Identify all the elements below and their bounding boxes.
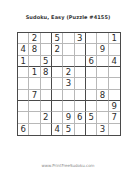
- sudoku-cell-r1c2[interactable]: 2: [29, 33, 40, 44]
- sudoku-cell-r4c8[interactable]: [97, 67, 108, 78]
- sudoku-cell-r9c6[interactable]: [75, 124, 86, 135]
- sudoku-cell-r2c9[interactable]: [109, 44, 120, 55]
- sudoku-cell-r3c3[interactable]: 5: [41, 56, 52, 67]
- sudoku-cell-r2c2[interactable]: 8: [29, 44, 40, 55]
- sudoku-cell-r6c7[interactable]: [86, 90, 97, 101]
- sudoku-cell-r9c7[interactable]: [86, 124, 97, 135]
- sudoku-cell-r6c9[interactable]: [109, 90, 120, 101]
- sudoku-cell-r8c5[interactable]: 9: [63, 112, 74, 123]
- sudoku-cell-r5c1[interactable]: [18, 78, 29, 89]
- sudoku-cell-r8c1[interactable]: [18, 112, 29, 123]
- sudoku-cell-r8c6[interactable]: 6: [75, 112, 86, 123]
- sudoku-cell-r8c9[interactable]: 7: [109, 112, 120, 123]
- sudoku-cell-r3c4[interactable]: [52, 56, 63, 67]
- sudoku-cell-r2c7[interactable]: [86, 44, 97, 55]
- sudoku-cell-r5c2[interactable]: [29, 78, 40, 89]
- sudoku-cell-r2c3[interactable]: [41, 44, 52, 55]
- sudoku-cell-r2c6[interactable]: [75, 44, 86, 55]
- sudoku-cell-r7c4[interactable]: [52, 101, 63, 112]
- sudoku-cell-r9c4[interactable]: 4: [52, 124, 63, 135]
- sudoku-cell-r6c6[interactable]: [75, 90, 86, 101]
- sudoku-cell-r5c6[interactable]: [75, 78, 86, 89]
- sudoku-cell-r8c3[interactable]: 2: [41, 112, 52, 123]
- sudoku-cell-r9c1[interactable]: 6: [18, 124, 29, 135]
- sudoku-cell-r2c1[interactable]: 4: [18, 44, 29, 55]
- sudoku-cell-r3c2[interactable]: [29, 56, 40, 67]
- sudoku-cell-r8c4[interactable]: [52, 112, 63, 123]
- sudoku-cell-r1c9[interactable]: 1: [109, 33, 120, 44]
- sudoku-cell-r5c3[interactable]: [41, 78, 52, 89]
- sudoku-cell-r6c5[interactable]: [63, 90, 74, 101]
- sudoku-cell-r1c6[interactable]: 3: [75, 33, 86, 44]
- sudoku-grid: 2531482915641823789296576453: [17, 32, 121, 136]
- sudoku-cell-r9c2[interactable]: [29, 124, 40, 135]
- sudoku-cell-r5c7[interactable]: [86, 78, 97, 89]
- sudoku-cell-r7c3[interactable]: [41, 101, 52, 112]
- sudoku-cell-r7c7[interactable]: [86, 101, 97, 112]
- sudoku-cell-r3c7[interactable]: 6: [86, 56, 97, 67]
- sudoku-cell-r9c9[interactable]: [109, 124, 120, 135]
- sudoku-cell-r3c1[interactable]: 1: [18, 56, 29, 67]
- sudoku-cell-r6c4[interactable]: [52, 90, 63, 101]
- sudoku-cell-r8c2[interactable]: [29, 112, 40, 123]
- sudoku-cell-r9c5[interactable]: 5: [63, 124, 74, 135]
- sudoku-cell-r1c7[interactable]: [86, 33, 97, 44]
- sudoku-cell-r6c3[interactable]: [41, 90, 52, 101]
- sudoku-cell-r5c8[interactable]: [97, 78, 108, 89]
- sudoku-cell-r7c9[interactable]: 9: [109, 101, 120, 112]
- sudoku-cell-r7c5[interactable]: [63, 101, 74, 112]
- sudoku-cell-r5c4[interactable]: [52, 78, 63, 89]
- sudoku-cell-r7c2[interactable]: [29, 101, 40, 112]
- sudoku-cell-r7c6[interactable]: [75, 101, 86, 112]
- sudoku-cell-r2c8[interactable]: 9: [97, 44, 108, 55]
- sudoku-cell-r3c9[interactable]: 4: [109, 56, 120, 67]
- sudoku-cell-r4c5[interactable]: 2: [63, 67, 74, 78]
- sudoku-cell-r4c2[interactable]: 1: [29, 67, 40, 78]
- sudoku-cell-r6c1[interactable]: [18, 90, 29, 101]
- sudoku-cell-r3c8[interactable]: [97, 56, 108, 67]
- sudoku-cell-r6c2[interactable]: 7: [29, 90, 40, 101]
- sudoku-cell-r6c8[interactable]: 8: [97, 90, 108, 101]
- sudoku-cell-r8c7[interactable]: 5: [86, 112, 97, 123]
- sudoku-cell-r7c8[interactable]: [97, 101, 108, 112]
- footer-url: www.PrintFreeSudoku.com: [0, 163, 136, 168]
- sudoku-cell-r2c4[interactable]: 2: [52, 44, 63, 55]
- sudoku-cell-r5c9[interactable]: [109, 78, 120, 89]
- sudoku-cell-r9c3[interactable]: [41, 124, 52, 135]
- sudoku-cell-r1c3[interactable]: [41, 33, 52, 44]
- sudoku-cell-r5c5[interactable]: 3: [63, 78, 74, 89]
- sudoku-cell-r1c4[interactable]: 5: [52, 33, 63, 44]
- sudoku-cell-r4c4[interactable]: [52, 67, 63, 78]
- sudoku-cell-r2c5[interactable]: [63, 44, 74, 55]
- sudoku-cell-r1c1[interactable]: [18, 33, 29, 44]
- sudoku-cell-r8c8[interactable]: [97, 112, 108, 123]
- sudoku-cell-r3c6[interactable]: [75, 56, 86, 67]
- sudoku-cell-r4c3[interactable]: 8: [41, 67, 52, 78]
- page-title: Sudoku, Easy (Puzzle #4155): [0, 14, 136, 20]
- sudoku-cell-r9c8[interactable]: 3: [97, 124, 108, 135]
- sudoku-cell-r7c1[interactable]: [18, 101, 29, 112]
- sudoku-cell-r4c7[interactable]: [86, 67, 97, 78]
- sudoku-page: Sudoku, Easy (Puzzle #4155) 253148291564…: [0, 0, 136, 176]
- sudoku-cell-r1c5[interactable]: [63, 33, 74, 44]
- sudoku-cell-r1c8[interactable]: [97, 33, 108, 44]
- sudoku-cell-r4c1[interactable]: [18, 67, 29, 78]
- sudoku-cell-r4c9[interactable]: [109, 67, 120, 78]
- sudoku-cell-r3c5[interactable]: [63, 56, 74, 67]
- sudoku-cell-r4c6[interactable]: [75, 67, 86, 78]
